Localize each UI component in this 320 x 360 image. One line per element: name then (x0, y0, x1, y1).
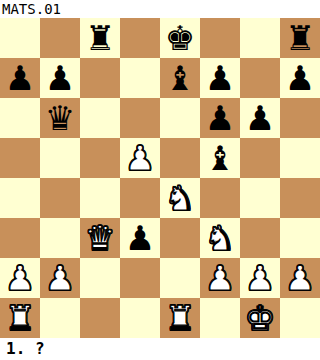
piece-black-pawn[interactable]: ♟ (45, 58, 75, 98)
square-d2[interactable] (120, 258, 160, 298)
square-h1[interactable] (280, 298, 320, 338)
square-g2[interactable]: ♟ (240, 258, 280, 298)
piece-black-pawn[interactable]: ♟ (205, 58, 235, 98)
square-h4[interactable] (280, 178, 320, 218)
square-a2[interactable]: ♟ (0, 258, 40, 298)
piece-white-king[interactable]: ♚ (245, 298, 275, 338)
square-g1[interactable]: ♚ (240, 298, 280, 338)
square-c5[interactable] (80, 138, 120, 178)
square-e1[interactable]: ♜ (160, 298, 200, 338)
square-f7[interactable]: ♟ (200, 58, 240, 98)
piece-white-pawn[interactable]: ♟ (285, 258, 315, 298)
square-g8[interactable] (240, 18, 280, 58)
piece-white-pawn[interactable]: ♟ (5, 258, 35, 298)
piece-black-rook[interactable]: ♜ (285, 18, 315, 58)
piece-white-pawn[interactable]: ♟ (45, 258, 75, 298)
square-a8[interactable] (0, 18, 40, 58)
square-f6[interactable]: ♟ (200, 98, 240, 138)
square-c3[interactable]: ♛ (80, 218, 120, 258)
square-d3[interactable]: ♟ (120, 218, 160, 258)
square-f2[interactable]: ♟ (200, 258, 240, 298)
piece-white-pawn[interactable]: ♟ (125, 138, 155, 178)
square-a7[interactable]: ♟ (0, 58, 40, 98)
piece-white-knight[interactable]: ♞ (165, 178, 195, 218)
square-e8[interactable]: ♚ (160, 18, 200, 58)
square-c6[interactable] (80, 98, 120, 138)
square-h8[interactable]: ♜ (280, 18, 320, 58)
square-d8[interactable] (120, 18, 160, 58)
square-g7[interactable] (240, 58, 280, 98)
chess-diagram-window: MATS.01 ♜♚♜♟♟♝♟♟♛♟♟♟♝♞♛♟♞♟♟♟♟♟♜♜♚ 1. ? (0, 0, 320, 360)
square-c1[interactable] (80, 298, 120, 338)
square-f8[interactable] (200, 18, 240, 58)
square-h3[interactable] (280, 218, 320, 258)
square-b6[interactable]: ♛ (40, 98, 80, 138)
square-g6[interactable]: ♟ (240, 98, 280, 138)
square-a5[interactable] (0, 138, 40, 178)
square-b1[interactable] (40, 298, 80, 338)
square-b8[interactable] (40, 18, 80, 58)
square-e6[interactable] (160, 98, 200, 138)
square-e7[interactable]: ♝ (160, 58, 200, 98)
square-f3[interactable]: ♞ (200, 218, 240, 258)
square-b7[interactable]: ♟ (40, 58, 80, 98)
square-c2[interactable] (80, 258, 120, 298)
square-a4[interactable] (0, 178, 40, 218)
chess-board: ♜♚♜♟♟♝♟♟♛♟♟♟♝♞♛♟♞♟♟♟♟♟♜♜♚ (0, 18, 320, 338)
square-e3[interactable] (160, 218, 200, 258)
square-h7[interactable]: ♟ (280, 58, 320, 98)
square-g5[interactable] (240, 138, 280, 178)
square-b5[interactable] (40, 138, 80, 178)
piece-black-queen[interactable]: ♛ (45, 98, 75, 138)
square-b3[interactable] (40, 218, 80, 258)
square-d7[interactable] (120, 58, 160, 98)
puzzle-title: MATS.01 (0, 0, 320, 18)
piece-white-pawn[interactable]: ♟ (205, 258, 235, 298)
square-a3[interactable] (0, 218, 40, 258)
square-h5[interactable] (280, 138, 320, 178)
piece-white-knight[interactable]: ♞ (205, 218, 235, 258)
piece-white-rook[interactable]: ♜ (165, 298, 195, 338)
square-e4[interactable]: ♞ (160, 178, 200, 218)
square-g3[interactable] (240, 218, 280, 258)
square-c4[interactable] (80, 178, 120, 218)
piece-black-pawn[interactable]: ♟ (125, 218, 155, 258)
square-d6[interactable] (120, 98, 160, 138)
piece-white-pawn[interactable]: ♟ (245, 258, 275, 298)
piece-black-bishop[interactable]: ♝ (205, 138, 235, 178)
square-h6[interactable] (280, 98, 320, 138)
piece-black-king[interactable]: ♚ (165, 18, 195, 58)
square-c7[interactable] (80, 58, 120, 98)
square-f1[interactable] (200, 298, 240, 338)
piece-black-pawn[interactable]: ♟ (5, 58, 35, 98)
piece-white-queen[interactable]: ♛ (85, 218, 115, 258)
square-a6[interactable] (0, 98, 40, 138)
piece-black-pawn[interactable]: ♟ (205, 98, 235, 138)
piece-black-rook[interactable]: ♜ (85, 18, 115, 58)
square-c8[interactable]: ♜ (80, 18, 120, 58)
square-d1[interactable] (120, 298, 160, 338)
piece-white-rook[interactable]: ♜ (5, 298, 35, 338)
square-e5[interactable] (160, 138, 200, 178)
square-b4[interactable] (40, 178, 80, 218)
piece-black-pawn[interactable]: ♟ (285, 58, 315, 98)
square-b2[interactable]: ♟ (40, 258, 80, 298)
move-prompt: 1. ? (0, 338, 320, 360)
square-f4[interactable] (200, 178, 240, 218)
square-e2[interactable] (160, 258, 200, 298)
square-d4[interactable] (120, 178, 160, 218)
piece-black-bishop[interactable]: ♝ (165, 58, 195, 98)
square-d5[interactable]: ♟ (120, 138, 160, 178)
square-a1[interactable]: ♜ (0, 298, 40, 338)
square-f5[interactable]: ♝ (200, 138, 240, 178)
piece-black-pawn[interactable]: ♟ (245, 98, 275, 138)
square-g4[interactable] (240, 178, 280, 218)
square-h2[interactable]: ♟ (280, 258, 320, 298)
